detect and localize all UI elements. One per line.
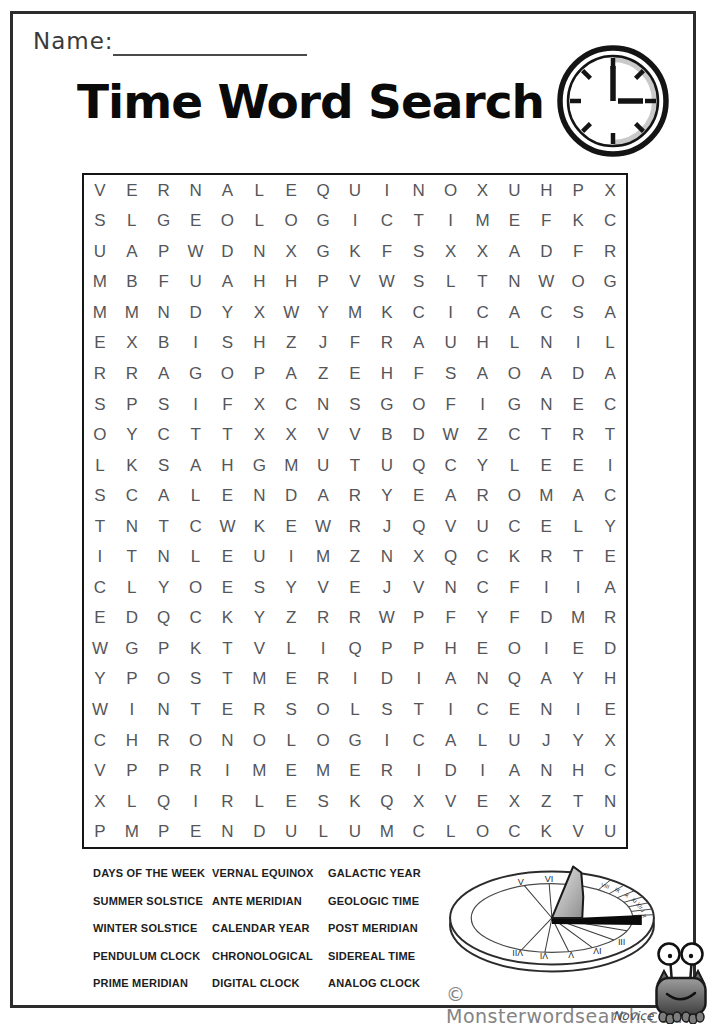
grid-cell[interactable]: E xyxy=(467,633,499,664)
grid-cell[interactable]: C xyxy=(467,694,499,725)
grid-cell[interactable]: C xyxy=(403,297,435,328)
grid-cell[interactable]: E xyxy=(562,450,594,481)
grid-cell[interactable]: Z xyxy=(275,603,307,634)
grid-cell[interactable]: C xyxy=(275,389,307,420)
grid-cell[interactable]: E xyxy=(594,694,626,725)
grid-cell[interactable]: F xyxy=(562,236,594,267)
grid-cell[interactable]: A xyxy=(435,725,467,756)
grid-cell[interactable]: R xyxy=(339,511,371,542)
grid-cell[interactable]: C xyxy=(530,297,562,328)
grid-cell[interactable]: M xyxy=(243,755,275,786)
grid-cell[interactable]: Y xyxy=(148,572,180,603)
grid-cell[interactable]: E xyxy=(212,572,244,603)
grid-cell[interactable]: T xyxy=(403,694,435,725)
grid-cell[interactable]: K xyxy=(530,816,562,847)
grid-cell[interactable]: K xyxy=(212,603,244,634)
grid-cell[interactable]: N xyxy=(148,542,180,573)
grid-cell[interactable]: K xyxy=(180,633,212,664)
grid-cell[interactable]: R xyxy=(307,664,339,695)
grid-cell[interactable]: O xyxy=(498,358,530,389)
grid-cell[interactable]: L xyxy=(307,816,339,847)
grid-cell[interactable]: C xyxy=(371,206,403,237)
grid-cell[interactable]: T xyxy=(562,786,594,817)
grid-cell[interactable]: C xyxy=(594,389,626,420)
grid-cell[interactable]: X xyxy=(403,542,435,573)
grid-cell[interactable]: W xyxy=(371,603,403,634)
grid-cell[interactable]: P xyxy=(371,633,403,664)
grid-cell[interactable]: O xyxy=(180,572,212,603)
grid-cell[interactable]: V xyxy=(339,419,371,450)
grid-cell[interactable]: U xyxy=(435,328,467,359)
grid-cell[interactable]: R xyxy=(180,755,212,786)
grid-cell[interactable]: E xyxy=(339,358,371,389)
grid-cell[interactable]: Y xyxy=(371,480,403,511)
grid-cell[interactable]: G xyxy=(371,389,403,420)
grid-cell[interactable]: T xyxy=(180,419,212,450)
grid-cell[interactable]: T xyxy=(467,267,499,298)
grid-cell[interactable]: G xyxy=(498,389,530,420)
grid-cell[interactable]: H xyxy=(212,450,244,481)
grid-cell[interactable]: O xyxy=(498,480,530,511)
grid-cell[interactable]: Y xyxy=(243,603,275,634)
grid-cell[interactable]: E xyxy=(84,328,116,359)
grid-cell[interactable]: I xyxy=(530,633,562,664)
grid-cell[interactable]: M xyxy=(467,206,499,237)
grid-cell[interactable]: C xyxy=(467,297,499,328)
grid-cell[interactable]: P xyxy=(116,664,148,695)
grid-cell[interactable]: N xyxy=(371,542,403,573)
grid-cell[interactable]: D xyxy=(371,664,403,695)
grid-cell[interactable]: C xyxy=(180,603,212,634)
grid-cell[interactable]: C xyxy=(84,572,116,603)
grid-cell[interactable]: Y xyxy=(307,297,339,328)
grid-cell[interactable]: I xyxy=(403,755,435,786)
grid-cell[interactable]: X xyxy=(594,725,626,756)
grid-cell[interactable]: S xyxy=(403,236,435,267)
grid-cell[interactable]: L xyxy=(180,542,212,573)
grid-cell[interactable]: D xyxy=(594,633,626,664)
grid-cell[interactable]: A xyxy=(498,236,530,267)
grid-cell[interactable]: I xyxy=(180,786,212,817)
grid-cell[interactable]: X xyxy=(435,236,467,267)
grid-cell[interactable]: P xyxy=(148,633,180,664)
grid-cell[interactable]: E xyxy=(212,542,244,573)
grid-cell[interactable]: Z xyxy=(275,328,307,359)
grid-cell[interactable]: X xyxy=(275,419,307,450)
grid-cell[interactable]: R xyxy=(371,755,403,786)
grid-cell[interactable]: T xyxy=(148,511,180,542)
grid-cell[interactable]: T xyxy=(530,419,562,450)
grid-cell[interactable]: U xyxy=(275,816,307,847)
grid-cell[interactable]: G xyxy=(339,725,371,756)
grid-cell[interactable]: I xyxy=(435,297,467,328)
grid-cell[interactable]: L xyxy=(562,511,594,542)
grid-cell[interactable]: L xyxy=(243,206,275,237)
grid-cell[interactable]: G xyxy=(180,358,212,389)
grid-cell[interactable]: D xyxy=(530,603,562,634)
grid-cell[interactable]: B xyxy=(148,328,180,359)
grid-cell[interactable]: E xyxy=(275,175,307,206)
grid-cell[interactable]: X xyxy=(467,236,499,267)
grid-cell[interactable]: V xyxy=(84,755,116,786)
grid-cell[interactable]: Y xyxy=(275,572,307,603)
grid-cell[interactable]: L xyxy=(498,328,530,359)
grid-cell[interactable]: A xyxy=(212,175,244,206)
grid-cell[interactable]: S xyxy=(84,206,116,237)
grid-cell[interactable]: W xyxy=(84,694,116,725)
grid-cell[interactable]: I xyxy=(371,175,403,206)
grid-cell[interactable]: O xyxy=(180,725,212,756)
grid-cell[interactable]: E xyxy=(498,206,530,237)
grid-cell[interactable]: L xyxy=(243,175,275,206)
grid-cell[interactable]: S xyxy=(84,389,116,420)
grid-cell[interactable]: N xyxy=(403,175,435,206)
grid-cell[interactable]: M xyxy=(116,816,148,847)
grid-cell[interactable]: H xyxy=(594,664,626,695)
grid-cell[interactable]: C xyxy=(148,419,180,450)
grid-cell[interactable]: S xyxy=(371,694,403,725)
grid-cell[interactable]: S xyxy=(212,328,244,359)
grid-cell[interactable]: R xyxy=(594,603,626,634)
grid-cell[interactable]: O xyxy=(562,267,594,298)
grid-cell[interactable]: H xyxy=(116,725,148,756)
grid-cell[interactable]: S xyxy=(307,786,339,817)
grid-cell[interactable]: O xyxy=(243,725,275,756)
grid-cell[interactable]: X xyxy=(594,175,626,206)
grid-cell[interactable]: E xyxy=(498,694,530,725)
grid-cell[interactable]: I xyxy=(403,664,435,695)
grid-cell[interactable]: I xyxy=(307,633,339,664)
grid-cell[interactable]: A xyxy=(180,450,212,481)
grid-cell[interactable]: N xyxy=(148,694,180,725)
grid-cell[interactable]: O xyxy=(212,206,244,237)
grid-cell[interactable]: V xyxy=(339,267,371,298)
grid-cell[interactable]: Q xyxy=(339,633,371,664)
grid-cell[interactable]: C xyxy=(180,511,212,542)
grid-cell[interactable]: R xyxy=(339,480,371,511)
grid-cell[interactable]: E xyxy=(212,480,244,511)
grid-cell[interactable]: R xyxy=(243,694,275,725)
grid-cell[interactable]: Y xyxy=(562,664,594,695)
grid-cell[interactable]: A xyxy=(212,267,244,298)
grid-cell[interactable]: J xyxy=(530,725,562,756)
grid-cell[interactable]: U xyxy=(467,511,499,542)
grid-cell[interactable]: M xyxy=(562,603,594,634)
grid-cell[interactable]: L xyxy=(180,480,212,511)
grid-cell[interactable]: A xyxy=(594,572,626,603)
grid-cell[interactable]: C xyxy=(403,725,435,756)
grid-cell[interactable]: U xyxy=(498,175,530,206)
grid-cell[interactable]: R xyxy=(371,328,403,359)
grid-cell[interactable]: S xyxy=(243,572,275,603)
grid-cell[interactable]: Q xyxy=(403,450,435,481)
grid-cell[interactable]: Q xyxy=(498,664,530,695)
grid-cell[interactable]: F xyxy=(530,206,562,237)
grid-cell[interactable]: E xyxy=(339,572,371,603)
grid-cell[interactable]: N xyxy=(530,328,562,359)
grid-cell[interactable]: R xyxy=(148,725,180,756)
grid-cell[interactable]: W xyxy=(275,297,307,328)
grid-cell[interactable]: G xyxy=(307,206,339,237)
grid-cell[interactable]: F xyxy=(498,572,530,603)
grid-cell[interactable]: P xyxy=(116,389,148,420)
grid-cell[interactable]: D xyxy=(562,358,594,389)
grid-cell[interactable]: L xyxy=(84,450,116,481)
grid-cell[interactable]: H xyxy=(243,267,275,298)
grid-cell[interactable]: Q xyxy=(148,603,180,634)
grid-cell[interactable]: R xyxy=(339,603,371,634)
grid-cell[interactable]: K xyxy=(498,542,530,573)
grid-cell[interactable]: M xyxy=(116,297,148,328)
name-input-line[interactable] xyxy=(113,30,307,56)
grid-cell[interactable]: A xyxy=(148,480,180,511)
grid-cell[interactable]: M xyxy=(371,816,403,847)
grid-cell[interactable]: C xyxy=(594,480,626,511)
grid-cell[interactable]: S xyxy=(148,450,180,481)
grid-cell[interactable]: E xyxy=(530,511,562,542)
grid-cell[interactable]: E xyxy=(562,389,594,420)
grid-cell[interactable]: R xyxy=(148,175,180,206)
grid-cell[interactable]: F xyxy=(498,603,530,634)
grid-cell[interactable]: N xyxy=(435,572,467,603)
grid-cell[interactable]: M xyxy=(530,480,562,511)
grid-cell[interactable]: I xyxy=(212,755,244,786)
grid-cell[interactable]: M xyxy=(275,450,307,481)
grid-cell[interactable]: Y xyxy=(562,725,594,756)
grid-cell[interactable]: I xyxy=(530,572,562,603)
grid-cell[interactable]: U xyxy=(84,236,116,267)
grid-cell[interactable]: U xyxy=(594,816,626,847)
grid-cell[interactable]: L xyxy=(275,725,307,756)
grid-cell[interactable]: U xyxy=(498,725,530,756)
grid-cell[interactable]: L xyxy=(116,572,148,603)
grid-cell[interactable]: N xyxy=(307,389,339,420)
grid-cell[interactable]: E xyxy=(339,755,371,786)
grid-cell[interactable]: S xyxy=(275,694,307,725)
grid-cell[interactable]: D xyxy=(530,236,562,267)
grid-cell[interactable]: P xyxy=(148,755,180,786)
grid-cell[interactable]: Y xyxy=(467,603,499,634)
grid-cell[interactable]: P xyxy=(84,816,116,847)
grid-cell[interactable]: E xyxy=(275,755,307,786)
grid-cell[interactable]: I xyxy=(180,389,212,420)
grid-cell[interactable]: T xyxy=(403,206,435,237)
grid-cell[interactable]: D xyxy=(243,816,275,847)
grid-cell[interactable]: Q xyxy=(435,542,467,573)
grid-cell[interactable]: D xyxy=(435,755,467,786)
grid-cell[interactable]: Q xyxy=(371,786,403,817)
grid-cell[interactable]: M xyxy=(84,267,116,298)
grid-cell[interactable]: P xyxy=(403,603,435,634)
grid-cell[interactable]: R xyxy=(562,419,594,450)
grid-cell[interactable]: W xyxy=(212,511,244,542)
grid-cell[interactable]: K xyxy=(562,206,594,237)
grid-cell[interactable]: F xyxy=(403,358,435,389)
grid-cell[interactable]: X xyxy=(243,297,275,328)
grid-cell[interactable]: Y xyxy=(594,511,626,542)
grid-cell[interactable]: E xyxy=(467,786,499,817)
grid-cell[interactable]: E xyxy=(594,542,626,573)
grid-cell[interactable]: T xyxy=(339,450,371,481)
grid-cell[interactable]: R xyxy=(212,786,244,817)
grid-cell[interactable]: D xyxy=(180,297,212,328)
grid-cell[interactable]: A xyxy=(562,480,594,511)
grid-cell[interactable]: L xyxy=(467,725,499,756)
grid-cell[interactable]: C xyxy=(467,542,499,573)
grid-cell[interactable]: G xyxy=(307,236,339,267)
grid-cell[interactable]: O xyxy=(403,389,435,420)
grid-cell[interactable]: H xyxy=(467,328,499,359)
grid-cell[interactable]: S xyxy=(84,480,116,511)
grid-cell[interactable]: W xyxy=(180,236,212,267)
grid-cell[interactable]: V xyxy=(307,572,339,603)
grid-cell[interactable]: U xyxy=(180,267,212,298)
grid-cell[interactable]: K xyxy=(371,297,403,328)
grid-cell[interactable]: N xyxy=(116,511,148,542)
grid-cell[interactable]: N xyxy=(498,267,530,298)
grid-cell[interactable]: B xyxy=(371,419,403,450)
grid-cell[interactable]: I xyxy=(435,694,467,725)
grid-cell[interactable]: L xyxy=(116,206,148,237)
grid-cell[interactable]: Y xyxy=(212,297,244,328)
grid-cell[interactable]: T xyxy=(116,542,148,573)
grid-cell[interactable]: A xyxy=(530,664,562,695)
grid-cell[interactable]: C xyxy=(498,511,530,542)
grid-cell[interactable]: E xyxy=(212,694,244,725)
grid-cell[interactable]: C xyxy=(594,206,626,237)
grid-cell[interactable]: I xyxy=(339,664,371,695)
grid-cell[interactable]: C xyxy=(467,572,499,603)
grid-cell[interactable]: M xyxy=(307,755,339,786)
grid-cell[interactable]: K xyxy=(339,786,371,817)
grid-cell[interactable]: I xyxy=(275,542,307,573)
grid-cell[interactable]: P xyxy=(562,175,594,206)
grid-cell[interactable]: E xyxy=(562,633,594,664)
grid-cell[interactable]: U xyxy=(243,542,275,573)
grid-cell[interactable]: D xyxy=(212,236,244,267)
grid-cell[interactable]: U xyxy=(339,175,371,206)
grid-cell[interactable]: J xyxy=(371,511,403,542)
grid-cell[interactable]: U xyxy=(371,450,403,481)
grid-cell[interactable]: G xyxy=(148,206,180,237)
grid-cell[interactable]: A xyxy=(594,358,626,389)
grid-cell[interactable]: L xyxy=(339,694,371,725)
grid-cell[interactable]: Y xyxy=(467,450,499,481)
grid-cell[interactable]: O xyxy=(212,358,244,389)
grid-cell[interactable]: A xyxy=(594,297,626,328)
grid-cell[interactable]: R xyxy=(307,603,339,634)
grid-cell[interactable]: H xyxy=(243,328,275,359)
grid-cell[interactable]: D xyxy=(116,603,148,634)
grid-cell[interactable]: G xyxy=(116,633,148,664)
grid-cell[interactable]: V xyxy=(243,633,275,664)
grid-cell[interactable]: Z xyxy=(339,542,371,573)
grid-cell[interactable]: O xyxy=(467,816,499,847)
grid-cell[interactable]: G xyxy=(594,267,626,298)
grid-cell[interactable]: L xyxy=(435,816,467,847)
grid-cell[interactable]: L xyxy=(498,450,530,481)
grid-cell[interactable]: A xyxy=(275,358,307,389)
grid-cell[interactable]: V xyxy=(435,786,467,817)
grid-cell[interactable]: N xyxy=(243,236,275,267)
grid-cell[interactable]: M xyxy=(84,297,116,328)
grid-cell[interactable]: T xyxy=(212,664,244,695)
grid-cell[interactable]: N xyxy=(467,664,499,695)
grid-cell[interactable]: P xyxy=(307,267,339,298)
grid-cell[interactable]: E xyxy=(180,206,212,237)
grid-cell[interactable]: S xyxy=(403,267,435,298)
grid-cell[interactable]: N xyxy=(180,175,212,206)
grid-cell[interactable]: X xyxy=(243,419,275,450)
grid-cell[interactable]: W xyxy=(530,267,562,298)
grid-cell[interactable]: P xyxy=(243,358,275,389)
grid-cell[interactable]: A xyxy=(467,358,499,389)
grid-cell[interactable]: E xyxy=(275,786,307,817)
grid-cell[interactable]: S xyxy=(562,297,594,328)
grid-cell[interactable]: R xyxy=(467,480,499,511)
grid-cell[interactable]: I xyxy=(371,725,403,756)
grid-cell[interactable]: V xyxy=(307,419,339,450)
grid-cell[interactable]: E xyxy=(116,175,148,206)
grid-cell[interactable]: I xyxy=(435,206,467,237)
grid-cell[interactable]: N xyxy=(212,816,244,847)
grid-cell[interactable]: C xyxy=(84,725,116,756)
grid-cell[interactable]: X xyxy=(275,236,307,267)
grid-cell[interactable]: S xyxy=(180,664,212,695)
grid-cell[interactable]: E xyxy=(275,664,307,695)
grid-cell[interactable]: F xyxy=(435,603,467,634)
grid-cell[interactable]: R xyxy=(116,358,148,389)
grid-cell[interactable]: L xyxy=(243,786,275,817)
grid-cell[interactable]: K xyxy=(339,236,371,267)
grid-cell[interactable]: O xyxy=(498,633,530,664)
grid-cell[interactable]: N xyxy=(148,297,180,328)
grid-cell[interactable]: S xyxy=(148,389,180,420)
grid-cell[interactable]: D xyxy=(275,480,307,511)
grid-cell[interactable]: O xyxy=(148,664,180,695)
grid-cell[interactable]: W xyxy=(435,419,467,450)
grid-cell[interactable]: V xyxy=(562,816,594,847)
grid-cell[interactable]: O xyxy=(435,175,467,206)
grid-cell[interactable]: S xyxy=(339,389,371,420)
grid-cell[interactable]: I xyxy=(180,328,212,359)
grid-cell[interactable]: H xyxy=(275,267,307,298)
grid-cell[interactable]: L xyxy=(435,267,467,298)
grid-cell[interactable]: P xyxy=(148,816,180,847)
grid-cell[interactable]: O xyxy=(307,694,339,725)
grid-cell[interactable]: C xyxy=(116,480,148,511)
grid-cell[interactable]: U xyxy=(339,816,371,847)
grid-cell[interactable]: H xyxy=(530,175,562,206)
grid-cell[interactable]: Z xyxy=(530,786,562,817)
grid-cell[interactable]: T xyxy=(212,419,244,450)
grid-cell[interactable]: C xyxy=(498,419,530,450)
grid-cell[interactable]: W xyxy=(307,511,339,542)
grid-cell[interactable]: C xyxy=(435,450,467,481)
grid-cell[interactable]: Q xyxy=(307,175,339,206)
grid-cell[interactable]: X xyxy=(116,328,148,359)
grid-cell[interactable]: X xyxy=(498,786,530,817)
grid-cell[interactable]: U xyxy=(307,450,339,481)
grid-cell[interactable]: C xyxy=(403,816,435,847)
grid-cell[interactable]: E xyxy=(275,511,307,542)
grid-cell[interactable]: Z xyxy=(307,358,339,389)
grid-cell[interactable]: O xyxy=(307,725,339,756)
grid-cell[interactable]: F xyxy=(371,236,403,267)
grid-cell[interactable]: C xyxy=(498,816,530,847)
grid-cell[interactable]: X xyxy=(243,389,275,420)
grid-cell[interactable]: V xyxy=(403,572,435,603)
